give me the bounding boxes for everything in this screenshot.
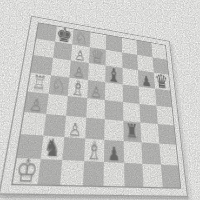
board-perspective-wrap: ♚♘♙♕♙♝♟♛♖♘♗♙♙♙♜♞♗♟♔ [0,16,188,197]
white-pawn-piece[interactable]: ♙ [74,49,86,62]
square-f3[interactable]: ♜ [123,121,141,142]
square-g4[interactable] [140,104,158,124]
black-queen-piece[interactable]: ♛ [154,72,169,90]
square-g2[interactable] [141,142,160,164]
square-h2[interactable] [159,144,178,166]
square-e2[interactable]: ♟ [104,140,124,163]
square-e5[interactable] [105,82,123,102]
black-king-piece[interactable]: ♚ [55,25,73,44]
white-pawn-piece[interactable]: ♙ [90,84,102,98]
square-b2[interactable]: ♞ [40,136,64,160]
square-a3[interactable] [21,112,46,136]
white-knight-piece[interactable]: ♘ [50,77,67,95]
square-h3[interactable] [157,124,175,145]
square-g5[interactable] [139,87,156,106]
black-knight-piece[interactable]: ♞ [43,137,62,158]
square-c1[interactable] [60,160,83,185]
square-a4[interactable]: ♙ [24,92,48,114]
square-e3[interactable] [104,119,123,141]
square-g1[interactable] [142,164,162,187]
square-a1[interactable]: ♔ [13,158,40,184]
square-f1[interactable] [124,163,144,187]
square-h4[interactable] [156,106,174,126]
square-d5[interactable]: ♙ [87,80,106,100]
square-b1[interactable] [37,159,62,185]
square-d1[interactable] [82,161,104,186]
white-king-piece[interactable]: ♔ [14,155,40,183]
square-f2[interactable] [123,141,142,164]
white-queen-piece[interactable]: ♕ [90,47,105,65]
white-pawn-piece[interactable]: ♙ [29,97,44,113]
photo-scene: ♚♘♙♕♙♝♟♛♖♘♗♙♙♙♜♞♗♟♔ [0,0,200,200]
black-pawn-piece[interactable]: ♟ [141,74,152,87]
square-c2[interactable] [62,137,84,161]
white-bishop-piece[interactable]: ♗ [85,139,102,161]
square-f5[interactable] [122,84,139,104]
white-rook-piece[interactable]: ♖ [31,75,48,92]
square-g3[interactable] [140,122,158,143]
chessboard-frame: ♚♘♙♕♙♝♟♛♖♘♗♙♙♙♜♞♗♟♔ [0,16,188,197]
square-c5[interactable]: ♗ [68,78,88,98]
chessboard: ♚♘♙♕♙♝♟♛♖♘♗♙♙♙♜♞♗♟♔ [11,22,181,188]
square-h1[interactable] [160,165,180,188]
square-b4[interactable] [46,94,68,116]
square-c3[interactable]: ♙ [64,116,85,139]
black-bishop-piece[interactable]: ♝ [107,66,121,83]
black-rook-piece[interactable]: ♜ [125,123,139,141]
square-d2[interactable]: ♗ [84,138,105,162]
square-c4[interactable] [66,96,87,118]
white-pawn-piece[interactable]: ♙ [68,121,82,137]
black-pawn-piece[interactable]: ♟ [108,145,120,162]
square-b5[interactable]: ♘ [48,75,69,96]
square-e1[interactable] [104,162,124,186]
square-h5[interactable] [155,89,172,108]
white-knight-piece[interactable]: ♘ [74,31,88,46]
square-e4[interactable] [105,100,123,121]
white-bishop-piece[interactable]: ♗ [70,78,86,97]
square-d4[interactable] [86,98,105,119]
square-a5[interactable]: ♖ [28,73,51,94]
